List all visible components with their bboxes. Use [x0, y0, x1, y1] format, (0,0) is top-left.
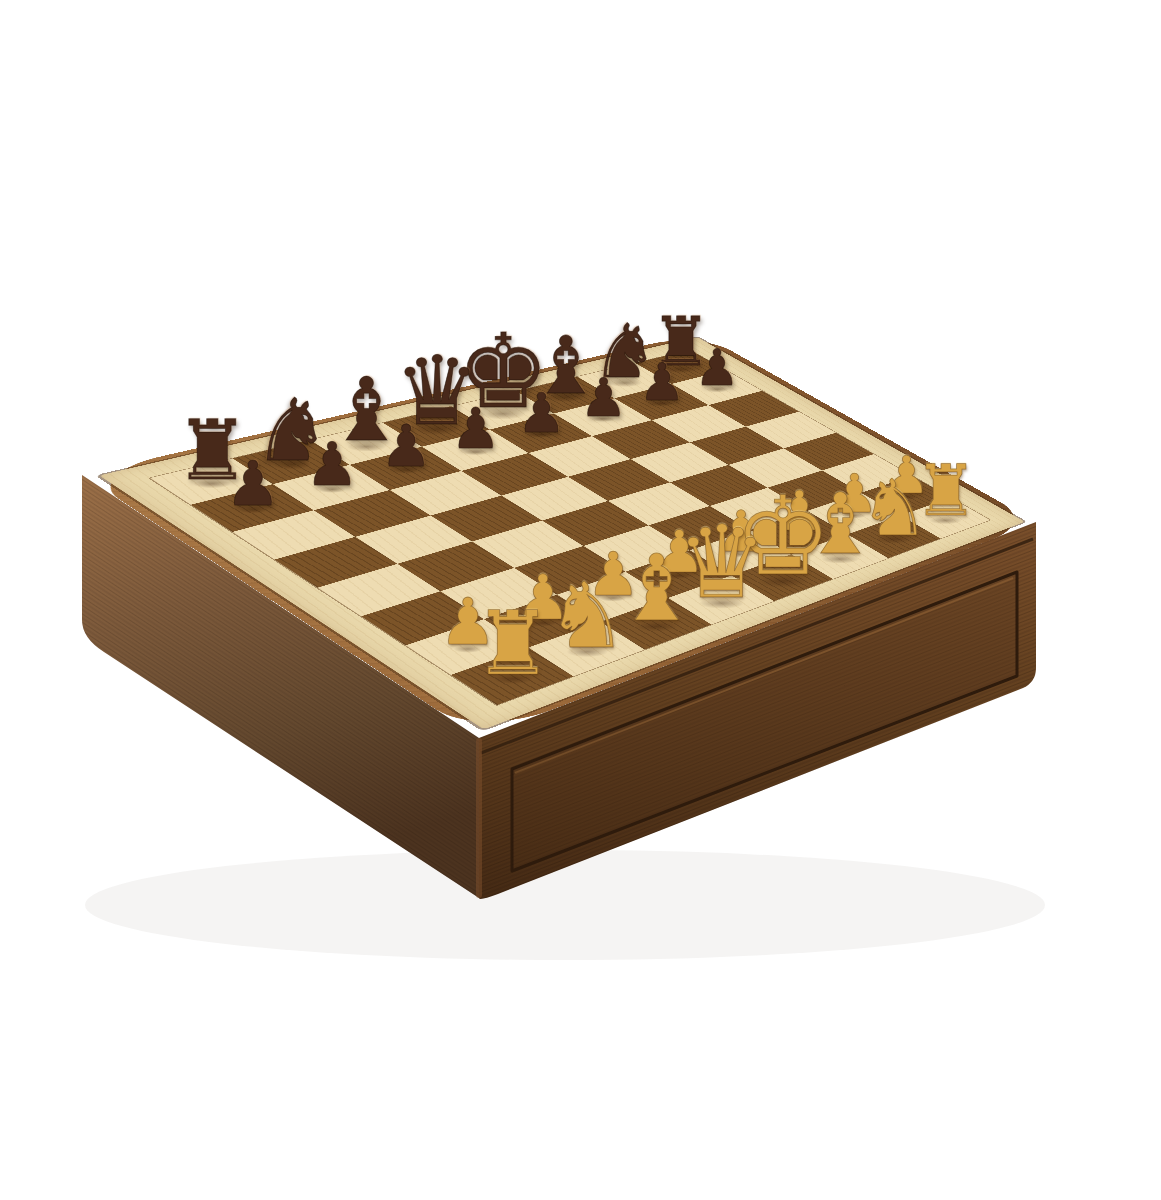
product-photo: ♜♞♝♛♚♝♞♜♟♟♟♟♟♟♟♟♟♟♟♟♟♟♟♟♜♞♝♛♚♝♞♜	[0, 0, 1161, 1200]
